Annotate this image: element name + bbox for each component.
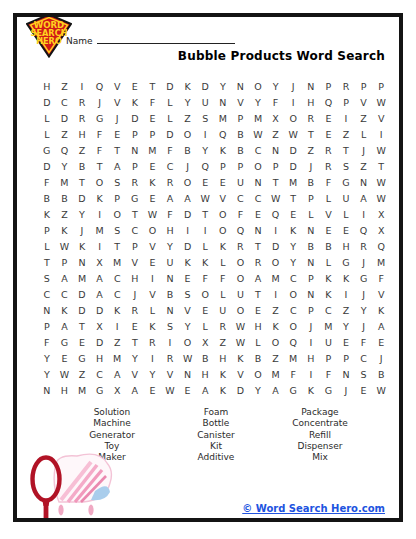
grid-cell-r8c10: W: [196, 191, 214, 207]
grid-cell-r12c4: X: [91, 255, 109, 271]
grid-cell-r14c9: S: [179, 287, 197, 303]
grid-cell-r12c18: G: [337, 255, 355, 271]
grid-cell-r20c11: K: [214, 383, 232, 399]
grid-cell-r5c10: Y: [196, 143, 214, 159]
word-grid: HZIQVETDKDYNOYJNPRPPDCRJVKFLYUNVYFIHQPVW…: [38, 79, 390, 399]
grid-cell-r15c17: C: [320, 303, 338, 319]
grid-cell-r6c2: Y: [56, 159, 74, 175]
grid-cell-r9c14: Q: [267, 207, 285, 223]
grid-cell-r12c8: U: [161, 255, 179, 271]
grid-cell-r14c11: L: [214, 287, 232, 303]
worksheet-page: WORD SEARCH HERO Name Bubble Products Wo…: [13, 13, 403, 522]
grid-cell-r7c13: N: [249, 175, 267, 191]
grid-cell-r7c3: T: [73, 175, 91, 191]
grid-cell-r6c20: T: [372, 159, 390, 175]
grid-cell-r8c13: C: [249, 191, 267, 207]
grid-cell-r2c10: U: [196, 95, 214, 111]
grid-cell-r4c13: W: [249, 127, 267, 143]
grid-cell-r20c8: W: [161, 383, 179, 399]
grid-cell-r4c18: Z: [337, 127, 355, 143]
grid-cell-r13c6: H: [126, 271, 144, 287]
grid-cell-r11c19: R: [355, 239, 373, 255]
grid-cell-r8c7: E: [144, 191, 162, 207]
grid-cell-r10c7: O: [144, 223, 162, 239]
grid-cell-r13c16: P: [302, 271, 320, 287]
grid-cell-r10c18: E: [337, 223, 355, 239]
grid-cell-r4c4: F: [91, 127, 109, 143]
grid-cell-r20c12: D: [232, 383, 250, 399]
grid-cell-r3c17: E: [320, 111, 338, 127]
grid-cell-r19c10: H: [196, 367, 214, 383]
grid-cell-r4c8: D: [161, 127, 179, 143]
grid-cell-r1c3: I: [73, 79, 91, 95]
grid-cell-r6c3: B: [73, 159, 91, 175]
grid-cell-r12c13: R: [249, 255, 267, 271]
grid-cell-r18c12: K: [232, 351, 250, 367]
grid-cell-r17c12: W: [232, 335, 250, 351]
grid-cell-r12c11: L: [214, 255, 232, 271]
grid-cell-r6c19: Z: [355, 159, 373, 175]
grid-cell-r13c1: S: [38, 271, 56, 287]
grid-cell-r7c5: S: [108, 175, 126, 191]
grid-cell-r13c18: K: [337, 271, 355, 287]
grid-cell-r13c10: F: [196, 271, 214, 287]
drip-left: [58, 505, 63, 516]
grid-cell-r17c9: O: [179, 335, 197, 351]
grid-cell-r11c6: P: [126, 239, 144, 255]
word-list-column-3: PackageConcentrateRefillDispenserMix: [255, 407, 385, 463]
grid-cell-r6c11: P: [214, 159, 232, 175]
grid-cell-r10c17: E: [320, 223, 338, 239]
grid-cell-r11c12: R: [232, 239, 250, 255]
grid-cell-r19c7: Y: [144, 367, 162, 383]
grid-cell-r17c10: X: [196, 335, 214, 351]
grid-cell-r15c10: E: [196, 303, 214, 319]
grid-cell-r5c19: J: [355, 143, 373, 159]
grid-cell-r10c5: S: [108, 223, 126, 239]
grid-cell-r17c3: E: [73, 335, 91, 351]
grid-cell-r16c20: A: [372, 319, 390, 335]
word-search-hero-link[interactable]: © Word Search Hero.com: [242, 503, 385, 514]
grid-cell-r15c11: U: [214, 303, 232, 319]
grid-cell-r8c18: U: [337, 191, 355, 207]
grid-cell-r3c10: S: [196, 111, 214, 127]
grid-cell-r17c18: E: [337, 335, 355, 351]
grid-cell-r4c20: I: [372, 127, 390, 143]
grid-cell-r9c16: L: [302, 207, 320, 223]
grid-cell-r16c17: M: [320, 319, 338, 335]
grid-cell-r7c12: U: [232, 175, 250, 191]
grid-cell-r17c17: U: [320, 335, 338, 351]
grid-cell-r6c15: D: [284, 159, 302, 175]
grid-cell-r15c16: P: [302, 303, 320, 319]
grid-cell-r6c12: P: [232, 159, 250, 175]
grid-cell-r18c8: R: [161, 351, 179, 367]
grid-cell-r16c11: R: [214, 319, 232, 335]
grid-cell-r14c8: B: [161, 287, 179, 303]
grid-cell-r12c7: E: [144, 255, 162, 271]
grid-cell-r3c2: D: [56, 111, 74, 127]
grid-cell-r6c1: D: [38, 159, 56, 175]
grid-cell-r12c19: J: [355, 255, 373, 271]
grid-cell-r5c12: B: [232, 143, 250, 159]
grid-cell-r7c1: F: [38, 175, 56, 191]
grid-cell-r15c7: L: [144, 303, 162, 319]
grid-cell-r2c12: V: [232, 95, 250, 111]
grid-cell-r2c2: C: [56, 95, 74, 111]
grid-cell-r8c2: B: [56, 191, 74, 207]
grid-cell-r15c1: N: [38, 303, 56, 319]
grid-cell-r15c19: Y: [355, 303, 373, 319]
grid-cell-r12c15: Y: [284, 255, 302, 271]
grid-cell-r8c5: P: [108, 191, 126, 207]
grid-cell-r4c9: O: [179, 127, 197, 143]
grid-cell-r15c3: D: [73, 303, 91, 319]
grid-cell-r11c14: D: [267, 239, 285, 255]
grid-cell-r17c4: D: [91, 335, 109, 351]
word-list-item: Mix: [255, 452, 385, 463]
grid-cell-r7c9: O: [179, 175, 197, 191]
grid-cell-r16c3: T: [73, 319, 91, 335]
grid-cell-r1c18: R: [337, 79, 355, 95]
grid-cell-r14c14: I: [267, 287, 285, 303]
grid-cell-r1c1: H: [38, 79, 56, 95]
grid-cell-r19c11: K: [214, 367, 232, 383]
grid-cell-r12c14: O: [267, 255, 285, 271]
grid-cell-r18c15: M: [284, 351, 302, 367]
grid-cell-r18c13: B: [249, 351, 267, 367]
grid-cell-r20c5: X: [108, 383, 126, 399]
grid-cell-r8c8: A: [161, 191, 179, 207]
grid-cell-r19c3: Z: [73, 367, 91, 383]
grid-cell-r9c9: D: [179, 207, 197, 223]
grid-cell-r2c7: F: [144, 95, 162, 111]
grid-cell-r17c19: F: [355, 335, 373, 351]
grid-cell-r5c1: G: [38, 143, 56, 159]
grid-cell-r9c18: L: [337, 207, 355, 223]
grid-cell-r7c11: E: [214, 175, 232, 191]
grid-cell-r20c15: G: [284, 383, 302, 399]
grid-cell-r2c19: V: [355, 95, 373, 111]
grid-cell-r2c4: J: [91, 95, 109, 111]
grid-cell-r7c4: O: [91, 175, 109, 191]
grid-cell-r20c17: G: [320, 383, 338, 399]
grid-cell-r10c2: K: [56, 223, 74, 239]
grid-cell-r3c1: L: [38, 111, 56, 127]
grid-cell-r8c15: T: [284, 191, 302, 207]
grid-cell-r3c6: D: [126, 111, 144, 127]
grid-cell-r19c2: W: [56, 367, 74, 383]
grid-cell-r3c16: R: [302, 111, 320, 127]
grid-cell-r11c5: T: [108, 239, 126, 255]
grid-cell-r15c5: K: [108, 303, 126, 319]
grid-cell-r11c10: L: [196, 239, 214, 255]
grid-cell-r5c15: D: [284, 143, 302, 159]
name-blank-line[interactable]: [97, 33, 235, 44]
puzzle-title: Bubble Products Word Search: [178, 49, 385, 63]
grid-cell-r9c12: F: [232, 207, 250, 223]
grid-cell-r15c12: O: [232, 303, 250, 319]
word-list-item: Dispenser: [255, 441, 385, 452]
grid-cell-r18c16: H: [302, 351, 320, 367]
grid-cell-r14c3: D: [73, 287, 91, 303]
grid-cell-r11c18: H: [337, 239, 355, 255]
grid-cell-r4c11: Q: [214, 127, 232, 143]
grid-cell-r15c2: K: [56, 303, 74, 319]
grid-cell-r2c1: D: [38, 95, 56, 111]
grid-cell-r1c6: E: [126, 79, 144, 95]
grid-cell-r9c17: V: [320, 207, 338, 223]
grid-cell-r7c19: N: [355, 175, 373, 191]
grid-cell-r7c6: R: [126, 175, 144, 191]
grid-cell-r3c9: Z: [179, 111, 197, 127]
grid-cell-r11c8: Y: [161, 239, 179, 255]
grid-cell-r19c1: Y: [38, 367, 56, 383]
grid-cell-r6c10: Q: [196, 159, 214, 175]
grid-cell-r6c14: P: [267, 159, 285, 175]
grid-cell-r12c17: L: [320, 255, 338, 271]
grid-cell-r15c9: V: [179, 303, 197, 319]
grid-cell-r18c17: P: [320, 351, 338, 367]
grid-cell-r5c3: Z: [73, 143, 91, 159]
grid-cell-r1c16: N: [302, 79, 320, 95]
grid-cell-r13c12: O: [232, 271, 250, 287]
grid-cell-r20c1: N: [38, 383, 56, 399]
grid-cell-r9c7: W: [144, 207, 162, 223]
grid-cell-r14c1: C: [38, 287, 56, 303]
grid-cell-r5c4: F: [91, 143, 109, 159]
grid-cell-r19c16: I: [302, 367, 320, 383]
grid-cell-r2c8: L: [161, 95, 179, 111]
grid-cell-r15c14: Z: [267, 303, 285, 319]
grid-cell-r6c18: S: [337, 159, 355, 175]
grid-cell-r20c4: G: [91, 383, 109, 399]
grid-cell-r2c5: V: [108, 95, 126, 111]
grid-cell-r7c20: W: [372, 175, 390, 191]
grid-cell-r16c10: L: [196, 319, 214, 335]
grid-cell-r19c4: C: [91, 367, 109, 383]
grid-cell-r15c8: N: [161, 303, 179, 319]
grid-cell-r18c14: Z: [267, 351, 285, 367]
grid-cell-r8c3: D: [73, 191, 91, 207]
grid-cell-r19c13: O: [249, 367, 267, 383]
grid-cell-r13c19: G: [355, 271, 373, 287]
grid-cell-r18c2: E: [56, 351, 74, 367]
grid-cell-r10c13: N: [249, 223, 267, 239]
grid-cell-r2c9: Y: [179, 95, 197, 111]
grid-cell-r3c19: Z: [355, 111, 373, 127]
grid-cell-r2c14: F: [267, 95, 285, 111]
grid-cell-r14c19: J: [355, 287, 373, 303]
grid-cell-r18c10: B: [196, 351, 214, 367]
grid-cell-r5c17: R: [320, 143, 338, 159]
grid-cell-r9c8: F: [161, 207, 179, 223]
grid-cell-r18c1: Y: [38, 351, 56, 367]
grid-cell-r17c8: I: [161, 335, 179, 351]
grid-cell-r11c20: Q: [372, 239, 390, 255]
grid-cell-r20c2: H: [56, 383, 74, 399]
grid-cell-r3c3: R: [73, 111, 91, 127]
grid-cell-r18c11: H: [214, 351, 232, 367]
grid-cell-r11c13: T: [249, 239, 267, 255]
grid-cell-r5c14: N: [267, 143, 285, 159]
grid-cell-r13c9: E: [179, 271, 197, 287]
grid-cell-r4c10: I: [196, 127, 214, 143]
grid-cell-r1c10: D: [196, 79, 214, 95]
grid-cell-r20c10: A: [196, 383, 214, 399]
grid-cell-r4c17: E: [320, 127, 338, 143]
grid-cell-r9c10: T: [196, 207, 214, 223]
grid-cell-r8c19: A: [355, 191, 373, 207]
grid-cell-r15c20: K: [372, 303, 390, 319]
grid-cell-r12c16: N: [302, 255, 320, 271]
grid-cell-r13c7: I: [144, 271, 162, 287]
grid-cell-r16c15: O: [284, 319, 302, 335]
grid-cell-r12c5: M: [108, 255, 126, 271]
grid-cell-r1c8: D: [161, 79, 179, 95]
grid-cell-r1c17: P: [320, 79, 338, 95]
grid-cell-r17c2: G: [56, 335, 74, 351]
grid-cell-r15c13: E: [249, 303, 267, 319]
grid-cell-r8c4: K: [91, 191, 109, 207]
grid-cell-r18c4: H: [91, 351, 109, 367]
grid-cell-r5c9: B: [179, 143, 197, 159]
grid-cell-r20c18: J: [337, 383, 355, 399]
grid-cell-r18c20: J: [372, 351, 390, 367]
grid-cell-r14c17: K: [320, 287, 338, 303]
grid-cell-r9c15: E: [284, 207, 302, 223]
grid-cell-r1c4: Q: [91, 79, 109, 95]
grid-cell-r19c12: V: [232, 367, 250, 383]
grid-cell-r10c14: I: [267, 223, 285, 239]
grid-cell-r13c4: A: [91, 271, 109, 287]
grid-cell-r17c1: F: [38, 335, 56, 351]
grid-cell-r7c10: E: [196, 175, 214, 191]
bubble-machine-body: [54, 454, 111, 515]
grid-cell-r3c18: I: [337, 111, 355, 127]
grid-cell-r1c20: P: [372, 79, 390, 95]
grid-cell-r4c15: W: [284, 127, 302, 143]
grid-cell-r13c8: N: [161, 271, 179, 287]
grid-cell-r19c15: F: [284, 367, 302, 383]
grid-cell-r17c14: O: [267, 335, 285, 351]
grid-cell-r1c12: N: [232, 79, 250, 95]
grid-cell-r20c14: A: [267, 383, 285, 399]
grid-cell-r16c13: H: [249, 319, 267, 335]
grid-cell-r13c5: C: [108, 271, 126, 287]
grid-cell-r15c15: C: [284, 303, 302, 319]
grid-cell-r18c5: M: [108, 351, 126, 367]
grid-cell-r5c13: C: [249, 143, 267, 159]
bubble-machine-illustration: [25, 450, 137, 518]
grid-cell-r1c5: V: [108, 79, 126, 95]
grid-cell-r2c16: H: [302, 95, 320, 111]
drip-right: [88, 505, 93, 516]
grid-cell-r4c12: B: [232, 127, 250, 143]
grid-cell-r20c6: A: [126, 383, 144, 399]
grid-cell-r14c2: C: [56, 287, 74, 303]
grid-cell-r10c6: C: [126, 223, 144, 239]
grid-cell-r16c6: E: [126, 319, 144, 335]
grid-cell-r8c17: L: [320, 191, 338, 207]
grid-cell-r16c14: K: [267, 319, 285, 335]
grid-cell-r9c13: E: [249, 207, 267, 223]
grid-cell-r17c20: E: [372, 335, 390, 351]
grid-cell-r12c10: K: [196, 255, 214, 271]
grid-cell-r4c19: L: [355, 127, 373, 143]
grid-cell-r2c18: P: [337, 95, 355, 111]
grid-cell-r14c10: O: [196, 287, 214, 303]
grid-cell-r5c18: T: [337, 143, 355, 159]
grid-cell-r3c15: O: [284, 111, 302, 127]
grid-cell-r9c19: I: [355, 207, 373, 223]
grid-cell-r12c3: N: [73, 255, 91, 271]
grid-cell-r10c9: I: [179, 223, 197, 239]
grid-cell-r8c14: W: [267, 191, 285, 207]
grid-cell-r18c9: W: [179, 351, 197, 367]
grid-cell-r2c3: R: [73, 95, 91, 111]
grid-cell-r6c16: J: [302, 159, 320, 175]
grid-cell-r3c20: V: [372, 111, 390, 127]
grid-cell-r15c6: R: [126, 303, 144, 319]
grid-cell-r13c17: K: [320, 271, 338, 287]
grid-cell-r5c5: T: [108, 143, 126, 159]
grid-cell-r10c4: M: [91, 223, 109, 239]
grid-cell-r4c6: P: [126, 127, 144, 143]
grid-cell-r13c15: C: [284, 271, 302, 287]
grid-cell-r9c6: T: [126, 207, 144, 223]
grid-cell-r19c17: F: [320, 367, 338, 383]
grid-cell-r18c7: I: [144, 351, 162, 367]
grid-cell-r13c14: M: [267, 271, 285, 287]
grid-cell-r16c1: P: [38, 319, 56, 335]
grid-cell-r9c3: Y: [73, 207, 91, 223]
grid-cell-r19c20: B: [372, 367, 390, 383]
grid-cell-r10c11: O: [214, 223, 232, 239]
grid-cell-r12c1: T: [38, 255, 56, 271]
grid-cell-r9c20: X: [372, 207, 390, 223]
grid-cell-r19c18: N: [337, 367, 355, 383]
grid-cell-r10c20: X: [372, 223, 390, 239]
grid-cell-r7c16: B: [302, 175, 320, 191]
grid-cell-r12c2: P: [56, 255, 74, 271]
grid-cell-r7c14: T: [267, 175, 285, 191]
grid-cell-r13c11: F: [214, 271, 232, 287]
logo-text-hero: HERO: [36, 36, 62, 46]
grid-cell-r11c7: V: [144, 239, 162, 255]
grid-cell-r13c20: F: [372, 271, 390, 287]
word-list-item: Package: [255, 407, 385, 418]
grid-cell-r14c18: I: [337, 287, 355, 303]
grid-cell-r16c9: Y: [179, 319, 197, 335]
grid-cell-r20c20: W: [372, 383, 390, 399]
grid-cell-r14c12: U: [232, 287, 250, 303]
grid-cell-r12c20: M: [372, 255, 390, 271]
grid-cell-r14c6: J: [126, 287, 144, 303]
word-list-item: Refill: [255, 430, 385, 441]
grid-cell-r18c6: Y: [126, 351, 144, 367]
grid-cell-r1c19: P: [355, 79, 373, 95]
grid-cell-r15c18: Z: [337, 303, 355, 319]
grid-cell-r2c11: N: [214, 95, 232, 111]
grid-cell-r13c13: A: [249, 271, 267, 287]
grid-cell-r16c19: J: [355, 319, 373, 335]
grid-cell-r11c16: B: [302, 239, 320, 255]
grid-cell-r18c18: P: [337, 351, 355, 367]
grid-cell-r11c11: K: [214, 239, 232, 255]
grid-cell-r20c7: E: [144, 383, 162, 399]
grid-cell-r14c7: V: [144, 287, 162, 303]
